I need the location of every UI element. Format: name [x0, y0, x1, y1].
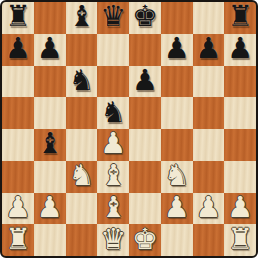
- square-b6[interactable]: [34, 66, 66, 98]
- piece-white-bishop[interactable]: ♝: [100, 161, 126, 190]
- piece-white-pawn[interactable]: ♟: [164, 193, 190, 222]
- square-e8[interactable]: ♚: [129, 2, 161, 34]
- square-d6[interactable]: [97, 66, 129, 98]
- square-f8[interactable]: [161, 2, 193, 34]
- piece-black-pawn[interactable]: ♟: [227, 34, 253, 63]
- square-c2[interactable]: [66, 193, 98, 225]
- square-d3[interactable]: ♝: [97, 161, 129, 193]
- piece-black-pawn[interactable]: ♟: [5, 34, 31, 63]
- square-d4[interactable]: ♟: [97, 129, 129, 161]
- piece-white-pawn[interactable]: ♟: [100, 129, 126, 158]
- piece-white-rook[interactable]: ♜: [227, 225, 253, 254]
- square-h5[interactable]: [224, 97, 256, 129]
- square-d8[interactable]: ♛: [97, 2, 129, 34]
- square-a5[interactable]: [2, 97, 34, 129]
- square-d2[interactable]: ♝: [97, 193, 129, 225]
- piece-black-pawn[interactable]: ♟: [195, 34, 221, 63]
- square-a4[interactable]: [2, 129, 34, 161]
- square-d1[interactable]: ♛: [97, 224, 129, 256]
- piece-white-bishop[interactable]: ♝: [100, 193, 126, 222]
- square-h4[interactable]: [224, 129, 256, 161]
- square-c7[interactable]: [66, 34, 98, 66]
- square-g6[interactable]: [193, 66, 225, 98]
- square-h1[interactable]: ♜: [224, 224, 256, 256]
- piece-black-pawn[interactable]: ♟: [164, 34, 190, 63]
- square-c4[interactable]: [66, 129, 98, 161]
- square-h7[interactable]: ♟: [224, 34, 256, 66]
- square-g2[interactable]: ♟: [193, 193, 225, 225]
- piece-black-rook[interactable]: ♜: [227, 2, 253, 31]
- square-e4[interactable]: [129, 129, 161, 161]
- piece-white-pawn[interactable]: ♟: [37, 193, 63, 222]
- square-e1[interactable]: ♚: [129, 224, 161, 256]
- square-a3[interactable]: [2, 161, 34, 193]
- square-c8[interactable]: ♝: [66, 2, 98, 34]
- square-b2[interactable]: ♟: [34, 193, 66, 225]
- square-g4[interactable]: [193, 129, 225, 161]
- square-e7[interactable]: [129, 34, 161, 66]
- square-f1[interactable]: [161, 224, 193, 256]
- piece-black-pawn[interactable]: ♟: [132, 66, 158, 95]
- square-e3[interactable]: [129, 161, 161, 193]
- piece-black-king[interactable]: ♚: [132, 2, 158, 31]
- piece-white-pawn[interactable]: ♟: [227, 193, 253, 222]
- piece-black-queen[interactable]: ♛: [100, 2, 126, 31]
- square-f5[interactable]: [161, 97, 193, 129]
- piece-black-rook[interactable]: ♜: [5, 2, 31, 31]
- piece-black-pawn[interactable]: ♟: [37, 34, 63, 63]
- square-a7[interactable]: ♟: [2, 34, 34, 66]
- square-e2[interactable]: [129, 193, 161, 225]
- square-c1[interactable]: [66, 224, 98, 256]
- square-c6[interactable]: ♞: [66, 66, 98, 98]
- square-f4[interactable]: [161, 129, 193, 161]
- piece-white-pawn[interactable]: ♟: [5, 193, 31, 222]
- square-f6[interactable]: [161, 66, 193, 98]
- square-f2[interactable]: ♟: [161, 193, 193, 225]
- square-f3[interactable]: ♞: [161, 161, 193, 193]
- square-a2[interactable]: ♟: [2, 193, 34, 225]
- square-h2[interactable]: ♟: [224, 193, 256, 225]
- piece-white-king[interactable]: ♚: [132, 225, 158, 254]
- square-h6[interactable]: [224, 66, 256, 98]
- square-b4[interactable]: ♝: [34, 129, 66, 161]
- square-h3[interactable]: [224, 161, 256, 193]
- square-g5[interactable]: [193, 97, 225, 129]
- square-g8[interactable]: [193, 2, 225, 34]
- square-g3[interactable]: [193, 161, 225, 193]
- piece-white-pawn[interactable]: ♟: [195, 193, 221, 222]
- square-b7[interactable]: ♟: [34, 34, 66, 66]
- piece-black-knight[interactable]: ♞: [68, 66, 94, 95]
- square-f7[interactable]: ♟: [161, 34, 193, 66]
- square-e6[interactable]: ♟: [129, 66, 161, 98]
- square-g1[interactable]: [193, 224, 225, 256]
- chess-board-frame: ♜♝♛♚♜♟♟♟♟♟♞♟♞♝♟♞♝♞♟♟♝♟♟♟♜♛♚♜: [0, 0, 258, 258]
- square-b1[interactable]: [34, 224, 66, 256]
- square-c5[interactable]: [66, 97, 98, 129]
- square-d5[interactable]: ♞: [97, 97, 129, 129]
- square-a6[interactable]: [2, 66, 34, 98]
- piece-white-rook[interactable]: ♜: [5, 225, 31, 254]
- piece-black-knight[interactable]: ♞: [100, 98, 126, 127]
- square-d7[interactable]: [97, 34, 129, 66]
- chess-board: ♜♝♛♚♜♟♟♟♟♟♞♟♞♝♟♞♝♞♟♟♝♟♟♟♜♛♚♜: [2, 2, 256, 256]
- piece-white-knight[interactable]: ♞: [68, 161, 94, 190]
- piece-black-bishop[interactable]: ♝: [37, 129, 63, 158]
- square-c3[interactable]: ♞: [66, 161, 98, 193]
- square-h8[interactable]: ♜: [224, 2, 256, 34]
- square-g7[interactable]: ♟: [193, 34, 225, 66]
- piece-white-knight[interactable]: ♞: [164, 161, 190, 190]
- piece-black-bishop[interactable]: ♝: [68, 2, 94, 31]
- square-e5[interactable]: [129, 97, 161, 129]
- square-b8[interactable]: [34, 2, 66, 34]
- square-b5[interactable]: [34, 97, 66, 129]
- square-a1[interactable]: ♜: [2, 224, 34, 256]
- square-b3[interactable]: [34, 161, 66, 193]
- piece-white-queen[interactable]: ♛: [100, 225, 126, 254]
- square-a8[interactable]: ♜: [2, 2, 34, 34]
